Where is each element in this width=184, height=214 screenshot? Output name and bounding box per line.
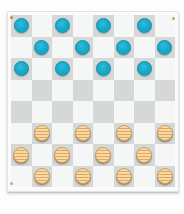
square-g1	[134, 166, 155, 188]
teal-checker-piece	[96, 18, 111, 33]
square-g4	[134, 101, 155, 123]
square-c8	[52, 15, 73, 37]
square-e8	[93, 15, 114, 37]
wood-checker-piece	[34, 125, 50, 141]
square-f5	[114, 80, 135, 102]
square-h4	[155, 101, 176, 123]
wood-checker-piece	[136, 147, 152, 163]
square-h7	[155, 37, 176, 59]
square-d7	[73, 37, 94, 59]
square-h1	[155, 166, 176, 188]
square-h5	[155, 80, 176, 102]
square-f3	[114, 123, 135, 145]
square-b1	[32, 166, 53, 188]
square-c5	[52, 80, 73, 102]
corner-screw-top-right	[172, 17, 175, 20]
teal-checker-piece	[157, 40, 172, 55]
square-d3	[73, 123, 94, 145]
square-f6	[114, 58, 135, 80]
teal-checker-piece	[75, 40, 90, 55]
teal-checker-piece	[137, 18, 152, 33]
teal-checker-piece	[116, 40, 131, 55]
corner-screw-bottom-left	[10, 182, 13, 185]
square-g2	[134, 144, 155, 166]
wood-checker-piece	[75, 168, 91, 184]
teal-checker-piece	[14, 18, 29, 33]
square-f2	[114, 144, 135, 166]
square-d5	[73, 80, 94, 102]
teal-checker-piece	[96, 61, 111, 76]
teal-checker-piece	[137, 61, 152, 76]
board-grid	[11, 15, 175, 187]
square-d2	[73, 144, 94, 166]
square-a1	[11, 166, 32, 188]
square-f7	[114, 37, 135, 59]
square-a3	[11, 123, 32, 145]
square-b2	[32, 144, 53, 166]
wood-checker-piece	[157, 125, 173, 141]
square-c7	[52, 37, 73, 59]
wood-checker-piece	[54, 147, 70, 163]
square-f1	[114, 166, 135, 188]
square-e4	[93, 101, 114, 123]
wood-checker-piece	[95, 147, 111, 163]
square-a4	[11, 101, 32, 123]
square-h2	[155, 144, 176, 166]
square-d4	[73, 101, 94, 123]
teal-checker-piece	[14, 61, 29, 76]
square-e7	[93, 37, 114, 59]
square-g7	[134, 37, 155, 59]
square-b7	[32, 37, 53, 59]
wood-checker-piece	[157, 168, 173, 184]
square-b4	[32, 101, 53, 123]
teal-checker-piece	[55, 18, 70, 33]
square-e6	[93, 58, 114, 80]
square-b8	[32, 15, 53, 37]
square-b6	[32, 58, 53, 80]
product-photo-background	[0, 0, 184, 214]
square-a7	[11, 37, 32, 59]
square-h6	[155, 58, 176, 80]
square-f4	[114, 101, 135, 123]
square-h3	[155, 123, 176, 145]
square-c3	[52, 123, 73, 145]
square-b5	[32, 80, 53, 102]
square-a8	[11, 15, 32, 37]
square-e5	[93, 80, 114, 102]
square-f8	[114, 15, 135, 37]
wood-checker-piece	[13, 147, 29, 163]
square-c1	[52, 166, 73, 188]
square-d6	[73, 58, 94, 80]
square-c2	[52, 144, 73, 166]
square-g6	[134, 58, 155, 80]
wood-checker-piece	[75, 125, 91, 141]
teal-checker-piece	[55, 61, 70, 76]
square-c6	[52, 58, 73, 80]
wood-checker-piece	[116, 125, 132, 141]
square-e1	[93, 166, 114, 188]
corner-screw-top-left	[10, 16, 13, 19]
square-e2	[93, 144, 114, 166]
wood-checker-piece	[116, 168, 132, 184]
teal-checker-piece	[34, 40, 49, 55]
square-g5	[134, 80, 155, 102]
square-c4	[52, 101, 73, 123]
checkers-board	[7, 11, 179, 192]
square-a2	[11, 144, 32, 166]
square-g8	[134, 15, 155, 37]
wood-checker-piece	[34, 168, 50, 184]
square-d8	[73, 15, 94, 37]
square-e3	[93, 123, 114, 145]
square-b3	[32, 123, 53, 145]
square-d1	[73, 166, 94, 188]
square-a6	[11, 58, 32, 80]
square-g3	[134, 123, 155, 145]
square-a5	[11, 80, 32, 102]
